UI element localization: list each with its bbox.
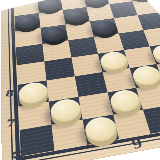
checkers-board: 8 7 8 9 <box>0 0 160 160</box>
photo-background: 8 7 8 9 <box>0 0 160 160</box>
rank-label-7: 7 <box>5 118 16 129</box>
